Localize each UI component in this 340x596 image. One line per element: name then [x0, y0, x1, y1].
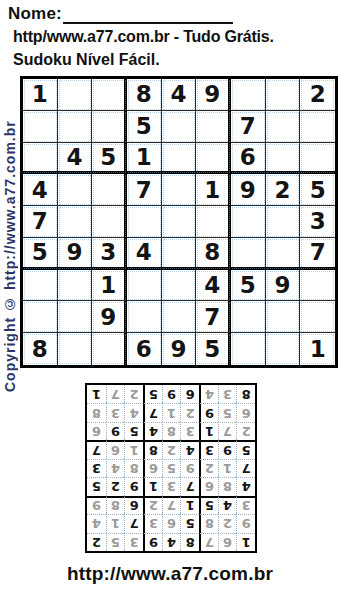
puzzle-cell-r6c3: 3 — [92, 238, 127, 270]
solution-cell-r5c5: 5 — [162, 459, 181, 477]
puzzle-cell-r7c8: 9 — [266, 270, 301, 302]
puzzle-cell-r3c1[interactable] — [23, 143, 58, 175]
solution-cell-r2c1: 9 — [236, 514, 255, 532]
puzzle-cell-r2c8[interactable] — [266, 111, 301, 143]
puzzle-cell-r1c9: 2 — [300, 79, 335, 111]
solution-cell-r2c7: 7 — [124, 514, 143, 532]
puzzle-cell-r5c3[interactable] — [92, 206, 127, 238]
solution-cell-r8c3: 9 — [199, 403, 218, 421]
solution-cell-r4c5: 3 — [162, 477, 181, 495]
solution-cell-r8c7: 4 — [124, 403, 143, 421]
solution-cell-r4c7: 9 — [124, 477, 143, 495]
puzzle-cell-r3c6[interactable] — [196, 143, 231, 175]
solution-cell-r5c6: 6 — [143, 459, 162, 477]
solution-cell-r8c9: 8 — [87, 403, 106, 421]
puzzle-cell-r8c1[interactable] — [23, 301, 58, 333]
name-label: Nome: — [8, 4, 62, 24]
solution-cell-r4c2: 8 — [218, 477, 237, 495]
solution-cell-r4c6: 1 — [143, 477, 162, 495]
puzzle-cell-r8c5[interactable] — [162, 301, 197, 333]
puzzle-cell-r7c2[interactable] — [58, 270, 93, 302]
solution-cell-r8c2: 5 — [218, 403, 237, 421]
solution-cell-r7c8: 9 — [106, 422, 125, 440]
solution-cell-r6c7: 1 — [124, 440, 143, 458]
footer-url: http://www.a77.com.br — [0, 563, 340, 585]
puzzle-cell-r2c6[interactable] — [196, 111, 231, 143]
puzzle-cell-r9c8[interactable] — [266, 333, 301, 365]
puzzle-cell-r8c2[interactable] — [58, 301, 93, 333]
puzzle-cell-r8c3: 9 — [92, 301, 127, 333]
solution-cell-r9c9: 1 — [87, 385, 106, 403]
puzzle-cell-r1c8[interactable] — [266, 79, 301, 111]
puzzle-cell-r4c5[interactable] — [162, 174, 197, 206]
solution-cell-r7c6: 4 — [143, 422, 162, 440]
solution-cell-r6c1: 5 — [236, 440, 255, 458]
puzzle-cell-r4c3[interactable] — [92, 174, 127, 206]
solution-cell-r9c2: 3 — [218, 385, 237, 403]
puzzle-cell-r2c1[interactable] — [23, 111, 58, 143]
puzzle-cell-r4c1: 4 — [23, 174, 58, 206]
solution-cell-r5c7: 8 — [124, 459, 143, 477]
puzzle-cell-r4c2[interactable] — [58, 174, 93, 206]
solution-cell-r7c5: 8 — [162, 422, 181, 440]
puzzle-cell-r5c5[interactable] — [162, 206, 197, 238]
solution-cell-r4c8: 2 — [106, 477, 125, 495]
puzzle-cell-r6c5[interactable] — [162, 238, 197, 270]
puzzle-cell-r9c1: 8 — [23, 333, 58, 365]
solution-cell-r8c8: 3 — [106, 403, 125, 421]
puzzle-cell-r7c3: 1 — [92, 270, 127, 302]
solution-cell-r7c4: 3 — [180, 422, 199, 440]
solution-cell-r1c4: 8 — [180, 533, 199, 551]
solution-cell-r2c5: 6 — [162, 514, 181, 532]
solution-cell-r6c9: 7 — [87, 440, 106, 458]
solution-cell-r1c3: 7 — [199, 533, 218, 551]
puzzle-cell-r5c7[interactable] — [231, 206, 266, 238]
puzzle-cell-r9c7[interactable] — [231, 333, 266, 365]
puzzle-cell-r8c6: 7 — [196, 301, 231, 333]
solution-cell-r3c1: 3 — [236, 496, 255, 514]
puzzle-cell-r6c4: 4 — [127, 238, 162, 270]
puzzle-cell-r4c4: 7 — [127, 174, 162, 206]
solution-cell-r5c3: 2 — [199, 459, 218, 477]
solution-cell-r5c9: 3 — [87, 459, 106, 477]
puzzle-cell-r6c6: 8 — [196, 238, 231, 270]
solution-cell-r9c5: 9 — [162, 385, 181, 403]
puzzle-cell-r8c7[interactable] — [231, 301, 266, 333]
solution-cell-r3c4: 1 — [180, 496, 199, 514]
copyright-text: Copyright © http://www.a77.com.br — [0, 80, 20, 432]
puzzle-cell-r2c3[interactable] — [92, 111, 127, 143]
solution-cell-r8c1: 6 — [236, 403, 255, 421]
puzzle-cell-r6c1: 5 — [23, 238, 58, 270]
solution-cell-r5c1: 7 — [236, 459, 255, 477]
puzzle-cell-r2c7: 7 — [231, 111, 266, 143]
puzzle-cell-r1c5: 4 — [162, 79, 197, 111]
solution-cell-r1c5: 4 — [162, 533, 181, 551]
solution-cell-r2c3: 8 — [199, 514, 218, 532]
solution-cell-r9c7: 2 — [124, 385, 143, 403]
solution-cell-r6c6: 8 — [143, 440, 162, 458]
puzzle-cell-r9c3[interactable] — [92, 333, 127, 365]
solution-cell-r5c2: 1 — [218, 459, 237, 477]
solution-cell-r1c1: 1 — [236, 533, 255, 551]
sudoku-solution-grid-rotated: 1678493529285637143451726894867319257129… — [85, 383, 257, 553]
puzzle-cell-r5c4[interactable] — [127, 206, 162, 238]
puzzle-cell-r2c2[interactable] — [58, 111, 93, 143]
solution-cell-r3c3: 5 — [199, 496, 218, 514]
solution-cell-r9c3: 4 — [199, 385, 218, 403]
puzzle-cell-r8c4[interactable] — [127, 301, 162, 333]
puzzle-cell-r6c9: 7 — [300, 238, 335, 270]
puzzle-cell-r1c6: 9 — [196, 79, 231, 111]
puzzle-cell-r1c3[interactable] — [92, 79, 127, 111]
puzzle-cell-r6c2: 9 — [58, 238, 93, 270]
solution-cell-r6c3: 3 — [199, 440, 218, 458]
puzzle-cell-r5c6[interactable] — [196, 206, 231, 238]
solution-cell-r6c2: 9 — [218, 440, 237, 458]
solution-cell-r8c6: 7 — [143, 403, 162, 421]
puzzle-cell-r3c3: 5 — [92, 143, 127, 175]
puzzle-cell-r7c7: 5 — [231, 270, 266, 302]
solution-cell-r8c4: 2 — [180, 403, 199, 421]
site-title: http/www.a77.com.br - Tudo Grátis. — [13, 28, 339, 46]
puzzle-cell-r3c5[interactable] — [162, 143, 197, 175]
solution-cell-r7c7: 5 — [124, 422, 143, 440]
puzzle-cell-r2c5[interactable] — [162, 111, 197, 143]
solution-cell-r1c9: 2 — [87, 533, 106, 551]
puzzle-cell-r5c1: 7 — [23, 206, 58, 238]
puzzle-cell-r5c2[interactable] — [58, 206, 93, 238]
solution-cell-r2c2: 2 — [218, 514, 237, 532]
name-write-line — [63, 4, 233, 24]
solution-cell-r9c6: 5 — [143, 385, 162, 403]
puzzle-cell-r4c8: 2 — [266, 174, 301, 206]
puzzle-cell-r2c9[interactable] — [300, 111, 335, 143]
puzzle-cell-r5c8[interactable] — [266, 206, 301, 238]
solution-cell-r3c5: 7 — [162, 496, 181, 514]
puzzle-cell-r1c1: 1 — [23, 79, 58, 111]
solution-cell-r6c5: 2 — [162, 440, 181, 458]
puzzle-cell-r1c2[interactable] — [58, 79, 93, 111]
puzzle-cell-r7c9[interactable] — [300, 270, 335, 302]
solution-cell-r6c8: 6 — [106, 440, 125, 458]
puzzle-cell-r9c2[interactable] — [58, 333, 93, 365]
solution-cell-r8c5: 1 — [162, 403, 181, 421]
puzzle-cell-r1c4: 8 — [127, 79, 162, 111]
puzzle-cell-r3c9[interactable] — [300, 143, 335, 175]
name-row: Nome: — [8, 4, 334, 24]
puzzle-cell-r3c2: 4 — [58, 143, 93, 175]
solution-cell-r6c4: 4 — [180, 440, 199, 458]
solution-cell-r7c2: 7 — [218, 422, 237, 440]
solution-cell-r2c8: 1 — [106, 514, 125, 532]
solution-cell-r1c8: 5 — [106, 533, 125, 551]
puzzle-cell-r7c5[interactable] — [162, 270, 197, 302]
puzzle-cell-r9c6: 5 — [196, 333, 231, 365]
puzzle-cell-r8c8[interactable] — [266, 301, 301, 333]
puzzle-level-title: Sudoku Nível Fácil. — [13, 51, 160, 69]
solution-cell-r9c4: 6 — [180, 385, 199, 403]
sudoku-puzzle-grid: 184925745164719257359348714599786951 — [20, 76, 338, 368]
solution-cell-r5c8: 4 — [106, 459, 125, 477]
solution-cell-r3c9: 9 — [87, 496, 106, 514]
solution-cell-r4c3: 6 — [199, 477, 218, 495]
solution-cell-r1c2: 6 — [218, 533, 237, 551]
puzzle-cell-r6c7[interactable] — [231, 238, 266, 270]
solution-cell-r4c9: 5 — [87, 477, 106, 495]
puzzle-cell-r9c4: 6 — [127, 333, 162, 365]
solution-cell-r1c6: 9 — [143, 533, 162, 551]
puzzle-cell-r4c7: 9 — [231, 174, 266, 206]
puzzle-cell-r3c7: 6 — [231, 143, 266, 175]
solution-cell-r9c8: 7 — [106, 385, 125, 403]
puzzle-cell-r6c8[interactable] — [266, 238, 301, 270]
puzzle-cell-r4c6: 1 — [196, 174, 231, 206]
solution-cell-r9c1: 8 — [236, 385, 255, 403]
puzzle-cell-r4c9: 5 — [300, 174, 335, 206]
solution-cell-r7c1: 2 — [236, 422, 255, 440]
solution-cell-r5c4: 9 — [180, 459, 199, 477]
puzzle-cell-r1c7[interactable] — [231, 79, 266, 111]
puzzle-cell-r9c9: 1 — [300, 333, 335, 365]
puzzle-cell-r9c5: 9 — [162, 333, 197, 365]
solution-cell-r1c7: 3 — [124, 533, 143, 551]
solution-cell-r2c9: 4 — [87, 514, 106, 532]
solution-cell-r3c2: 4 — [218, 496, 237, 514]
solution-cell-r4c4: 7 — [180, 477, 199, 495]
solution-cell-r3c6: 2 — [143, 496, 162, 514]
puzzle-cell-r5c9: 3 — [300, 206, 335, 238]
puzzle-cell-r7c1[interactable] — [23, 270, 58, 302]
solution-cell-r3c8: 8 — [106, 496, 125, 514]
puzzle-cell-r7c6: 4 — [196, 270, 231, 302]
solution-cell-r3c7: 6 — [124, 496, 143, 514]
solution-cell-r7c3: 1 — [199, 422, 218, 440]
puzzle-cell-r7c4[interactable] — [127, 270, 162, 302]
solution-cell-r7c9: 6 — [87, 422, 106, 440]
puzzle-cell-r2c4: 5 — [127, 111, 162, 143]
solution-cell-r2c6: 3 — [143, 514, 162, 532]
puzzle-cell-r3c4: 1 — [127, 143, 162, 175]
solution-cell-r2c4: 5 — [180, 514, 199, 532]
puzzle-cell-r3c8[interactable] — [266, 143, 301, 175]
solution-cell-r4c1: 4 — [236, 477, 255, 495]
puzzle-cell-r8c9[interactable] — [300, 301, 335, 333]
